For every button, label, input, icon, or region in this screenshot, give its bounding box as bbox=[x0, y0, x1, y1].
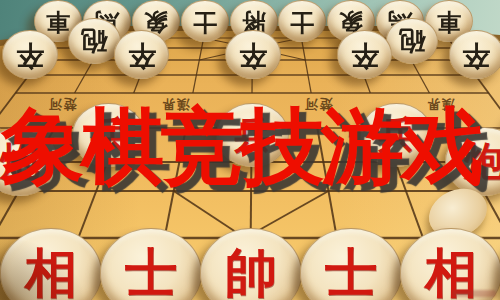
piece-glyph: 車 bbox=[46, 9, 70, 33]
black-piece-卒[interactable]: 卒 bbox=[225, 30, 280, 79]
piece-glyph: 砲 bbox=[399, 28, 425, 54]
black-piece-卒[interactable]: 卒 bbox=[449, 30, 500, 79]
piece-glyph: 卒 bbox=[128, 41, 156, 69]
piece-glyph: 卒 bbox=[239, 41, 267, 69]
xiangqi-photo: 楚河漢界楚河漢界 車馬象士將士象馬車砲砲卒卒卒卒卒兵兵兵兵兵炮炮車馬相士帥士相馬… bbox=[0, 0, 500, 300]
piece-glyph: 士 bbox=[193, 9, 217, 33]
black-piece-砲[interactable]: 砲 bbox=[68, 18, 120, 64]
watermark-smudge bbox=[452, 290, 496, 297]
board-line bbox=[301, 38, 311, 93]
black-piece-士[interactable]: 士 bbox=[278, 0, 326, 42]
piece-glyph: 卒 bbox=[351, 41, 379, 69]
black-piece-卒[interactable]: 卒 bbox=[2, 30, 57, 79]
piece-glyph: 砲 bbox=[81, 28, 107, 54]
title-overlay: 象棋竞技游戏 bbox=[1, 103, 500, 190]
piece-glyph: 象 bbox=[144, 9, 168, 33]
piece-glyph: 車 bbox=[437, 9, 461, 33]
piece-glyph: 將 bbox=[242, 9, 266, 33]
board-line bbox=[193, 38, 204, 93]
piece-glyph: 象 bbox=[339, 9, 363, 33]
piece-glyph: 相 bbox=[25, 247, 77, 299]
black-piece-士[interactable]: 士 bbox=[181, 0, 229, 42]
piece-glyph: 帥 bbox=[225, 247, 277, 299]
piece-glyph: 卒 bbox=[16, 41, 44, 69]
piece-glyph: 卒 bbox=[462, 41, 490, 69]
piece-glyph: 士 bbox=[125, 247, 177, 299]
piece-glyph: 士 bbox=[325, 247, 377, 299]
piece-glyph: 士 bbox=[290, 9, 314, 33]
